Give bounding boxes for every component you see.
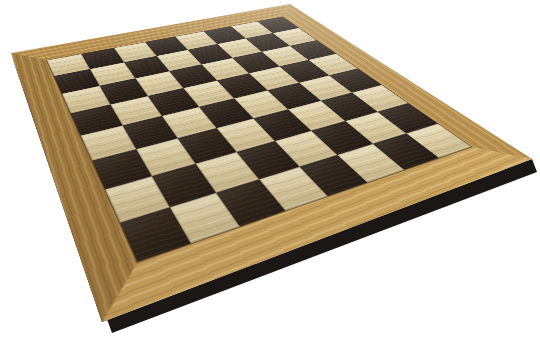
photo-canvas <box>0 0 540 337</box>
